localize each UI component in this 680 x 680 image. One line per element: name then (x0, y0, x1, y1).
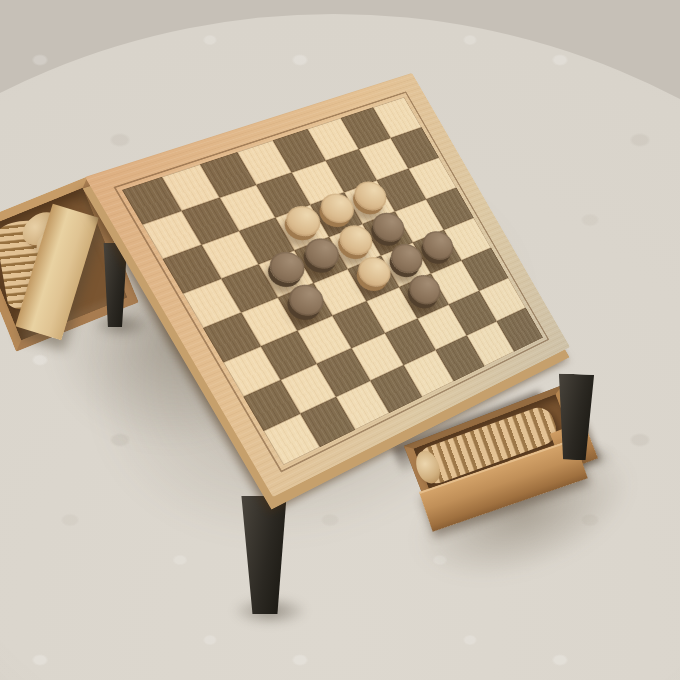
scene (0, 0, 680, 680)
